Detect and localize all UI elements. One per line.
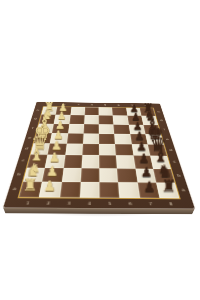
square-e8: ♚ <box>145 134 163 145</box>
coordinates-bottom: 12345678 <box>16 199 182 207</box>
coordinate-label: a <box>12 187 16 191</box>
square-h8: ♜ <box>139 108 155 116</box>
coordinate-label: 2 <box>64 103 66 105</box>
square-h3 <box>70 107 85 115</box>
square-f5 <box>99 124 115 134</box>
coordinate-label: 3 <box>77 104 79 106</box>
coordinate-label: e <box>166 138 169 141</box>
square-c8: ♝ <box>150 156 171 169</box>
coordinate-label: d <box>169 149 172 152</box>
square-c1: ♝ <box>27 155 48 168</box>
square-b8: ♞ <box>153 168 175 182</box>
square-a8: ♜ <box>156 182 179 198</box>
coordinate-label: 8 <box>169 202 173 206</box>
square-d3 <box>65 144 83 156</box>
coordinate-label: b <box>177 174 181 177</box>
chessboard: 12345678 12345678 hgfedcba hgfedcba ♜♟♟♜… <box>3 102 195 209</box>
coordinate-label: 6 <box>128 201 132 205</box>
square-e6 <box>114 134 131 145</box>
coordinate-label: 6 <box>118 104 120 106</box>
square-e4 <box>83 133 99 144</box>
square-f4 <box>83 124 99 134</box>
coordinate-label: 4 <box>88 201 91 205</box>
square-a6 <box>118 182 139 198</box>
square-h4 <box>84 107 98 115</box>
square-f6 <box>114 124 130 134</box>
square-a4 <box>80 182 100 198</box>
coordinate-label: a <box>181 188 185 192</box>
square-d6 <box>115 144 133 156</box>
square-c6 <box>116 156 135 169</box>
square-c2: ♟ <box>45 155 65 168</box>
white-pawn-c2: ♟ <box>49 152 60 165</box>
square-g6 <box>113 116 129 125</box>
square-g8: ♞ <box>141 116 158 125</box>
black-pawn-a7: ♟ <box>143 180 156 194</box>
coordinate-label: g <box>34 118 37 120</box>
coordinate-label: b <box>17 172 21 175</box>
square-g2: ♟ <box>54 115 70 124</box>
coordinate-label: 2 <box>46 201 50 205</box>
square-b2: ♟ <box>42 168 63 182</box>
board-grid: ♜♟♟♜♞♟♟♞♝♟♟♝♚♟♟♚♛♟♟♛♝♟♟♝♞♟♟♞♜♟♟♜ <box>19 107 179 198</box>
square-b4 <box>80 168 99 182</box>
square-d8: ♛ <box>148 145 167 157</box>
square-b3 <box>61 168 81 182</box>
square-c5 <box>99 155 117 168</box>
coordinate-label: f <box>163 128 165 130</box>
white-pawn-a2: ♟ <box>44 180 57 194</box>
square-e1: ♚ <box>34 133 52 144</box>
square-g4 <box>84 115 99 124</box>
square-b5 <box>99 168 118 182</box>
coordinate-label: e <box>28 137 31 140</box>
square-f3 <box>68 124 84 134</box>
coordinate-label: 5 <box>108 201 111 205</box>
black-knight-b8: ♞ <box>157 163 172 180</box>
square-g3 <box>69 115 84 124</box>
coordinate-label: f <box>32 127 34 129</box>
board-playfield: ♜♟♟♜♞♟♟♞♝♟♟♝♚♟♟♚♛♟♟♛♝♟♟♝♞♟♟♞♜♟♟♜ <box>17 106 180 199</box>
square-e3 <box>66 133 83 144</box>
square-e2: ♟ <box>50 133 68 144</box>
coordinate-label: c <box>21 159 24 162</box>
square-g5 <box>99 115 114 124</box>
coordinate-label: d <box>25 147 28 150</box>
coordinate-label: 4 <box>91 104 93 106</box>
chessboard-wrap: 12345678 12345678 hgfedcba hgfedcba ♜♟♟♜… <box>22 67 176 221</box>
coordinate-label: 1 <box>26 201 30 205</box>
square-d4 <box>82 144 99 156</box>
coordinate-label: 8 <box>144 105 147 107</box>
square-h6 <box>112 108 127 116</box>
black-pawn-b7: ♟ <box>140 166 152 179</box>
board-front-edge <box>3 208 195 215</box>
square-d2: ♟ <box>48 143 67 155</box>
coordinate-label: 1 <box>50 103 53 105</box>
square-a5 <box>99 182 119 198</box>
square-f2: ♟ <box>52 124 69 134</box>
square-a2: ♟ <box>39 182 61 198</box>
coordinate-label: g <box>160 119 163 121</box>
square-e5 <box>99 134 115 145</box>
coordinate-label: 7 <box>131 104 133 106</box>
coordinate-label: 3 <box>67 201 71 205</box>
coordinate-label: 7 <box>149 202 153 206</box>
square-c3 <box>63 155 82 168</box>
square-d7: ♟ <box>131 144 150 156</box>
square-b6 <box>117 168 137 182</box>
square-f7: ♟ <box>128 124 145 134</box>
square-h2: ♟ <box>56 107 71 115</box>
product-photo: 12345678 12345678 hgfedcba hgfedcba ♜♟♟♜… <box>0 0 200 300</box>
square-c4 <box>81 155 99 168</box>
white-pawn-b2: ♟ <box>47 165 59 178</box>
square-d5 <box>99 144 116 156</box>
coordinate-label: h <box>157 111 160 113</box>
coordinate-label: h <box>36 110 39 112</box>
square-a3 <box>59 182 80 198</box>
square-h5 <box>99 107 113 115</box>
square-f8: ♝ <box>143 125 160 135</box>
coordinate-label: c <box>173 161 176 164</box>
coordinate-label: 5 <box>104 104 106 106</box>
